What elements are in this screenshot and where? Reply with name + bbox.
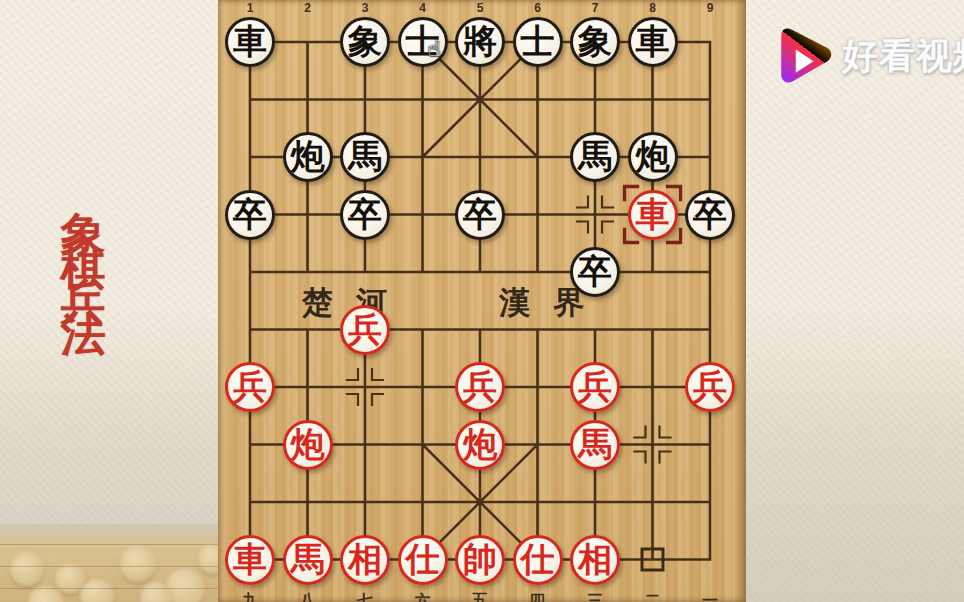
piece-glyph: 兵 [578, 369, 612, 403]
piece-black-cannon[interactable]: 炮 [283, 132, 333, 182]
file-label-bottom: 九 [239, 591, 261, 602]
piece-glyph: 兵 [463, 369, 497, 403]
file-label-top: 2 [298, 1, 318, 15]
piece-black-chariot[interactable]: 車 [225, 17, 275, 67]
piece-glyph: 炮 [463, 427, 497, 461]
piece-red-soldier[interactable]: 兵 [570, 362, 620, 412]
brand-text: 好看视频 [842, 32, 964, 81]
faint-board-line [0, 566, 218, 567]
piece-glyph: 帥 [463, 542, 497, 576]
piece-glyph: 車 [233, 24, 267, 58]
faint-board-line [0, 588, 218, 589]
file-label-top: 7 [585, 1, 605, 15]
piece-red-chariot[interactable]: 車 [225, 535, 275, 585]
cursor-icon: ☝ [428, 36, 441, 61]
file-label-top: 9 [700, 1, 720, 15]
piece-red-elephant[interactable]: 相 [340, 535, 390, 585]
right-background-panel: 弃马攻杀 [746, 0, 964, 602]
piece-glyph: 士 [521, 24, 555, 58]
piece-black-soldier[interactable]: 卒 [340, 190, 390, 240]
piece-glyph: 車 [233, 542, 267, 576]
piece-glyph: 兵 [348, 312, 382, 346]
piece-glyph: 馬 [348, 139, 382, 173]
piece-red-horse[interactable]: 馬 [570, 420, 620, 470]
piece-red-soldier[interactable]: 兵 [455, 362, 505, 412]
piece-black-advisor[interactable]: 士 [513, 17, 563, 67]
piece-glyph: 卒 [578, 254, 612, 288]
piece-glyph: 卒 [348, 197, 382, 231]
file-label-top: 4 [413, 1, 433, 15]
piece-glyph: 馬 [578, 427, 612, 461]
play-icon [778, 24, 834, 88]
piece-red-general[interactable]: 帥 [455, 535, 505, 585]
piece-glyph: 仕 [406, 542, 440, 576]
piece-black-soldier[interactable]: 卒 [225, 190, 275, 240]
piece-glyph: 將 [463, 24, 497, 58]
file-label-top: 8 [643, 1, 663, 15]
board-grid-lines [218, 0, 746, 602]
title-left: 象棋兵法 [53, 176, 113, 308]
blurred-piece [198, 544, 218, 574]
piece-glyph: 炮 [291, 139, 325, 173]
piece-black-elephant[interactable]: 象 [570, 17, 620, 67]
piece-glyph: 車 [636, 24, 670, 58]
piece-red-soldier[interactable]: 兵 [685, 362, 735, 412]
blurred-piece [80, 579, 114, 602]
piece-glyph: 車 [636, 197, 670, 231]
file-label-bottom: 七 [354, 591, 376, 602]
file-label-bottom: 四 [527, 591, 549, 602]
file-label-bottom: 六 [412, 591, 434, 602]
piece-glyph: 相 [348, 542, 382, 576]
piece-red-cannon[interactable]: 炮 [455, 420, 505, 470]
file-label-top: 5 [470, 1, 490, 15]
piece-glyph: 炮 [291, 427, 325, 461]
piece-glyph: 炮 [636, 139, 670, 173]
brand-logo: 好看视频 [778, 22, 964, 90]
piece-glyph: 卒 [233, 197, 267, 231]
file-label-bottom: 一 [699, 591, 721, 602]
file-label-bottom: 三 [584, 591, 606, 602]
xiangqi-board[interactable]: 123456789九八七六五四三二一楚河漢界車象士將士象車炮馬馬炮卒卒卒車卒卒兵… [218, 0, 746, 602]
piece-red-chariot[interactable]: 車 [628, 190, 678, 240]
piece-black-soldier[interactable]: 卒 [570, 247, 620, 297]
faint-board-line [0, 544, 218, 545]
left-background-panel: 象棋兵法 [0, 0, 218, 602]
file-label-bottom: 二 [642, 591, 664, 602]
file-label-top: 1 [240, 1, 260, 15]
piece-red-soldier[interactable]: 兵 [225, 362, 275, 412]
piece-glyph: 兵 [693, 369, 727, 403]
piece-red-soldier[interactable]: 兵 [340, 305, 390, 355]
piece-black-cannon[interactable]: 炮 [628, 132, 678, 182]
piece-red-cannon[interactable]: 炮 [283, 420, 333, 470]
blurred-piece [120, 546, 156, 582]
piece-glyph: 卒 [693, 197, 727, 231]
file-label-top: 3 [355, 1, 375, 15]
piece-black-horse[interactable]: 馬 [570, 132, 620, 182]
piece-red-advisor[interactable]: 仕 [513, 535, 563, 585]
piece-black-soldier[interactable]: 卒 [685, 190, 735, 240]
piece-red-advisor[interactable]: 仕 [398, 535, 448, 585]
piece-glyph: 馬 [578, 139, 612, 173]
piece-black-elephant[interactable]: 象 [340, 17, 390, 67]
file-label-bottom: 八 [297, 591, 319, 602]
blurred-piece [10, 552, 44, 586]
piece-black-soldier[interactable]: 卒 [455, 190, 505, 240]
piece-glyph: 相 [578, 542, 612, 576]
piece-glyph: 馬 [291, 542, 325, 576]
piece-black-chariot[interactable]: 車 [628, 17, 678, 67]
piece-glyph: 象 [578, 24, 612, 58]
piece-glyph: 仕 [521, 542, 555, 576]
piece-red-elephant[interactable]: 相 [570, 535, 620, 585]
piece-black-horse[interactable]: 馬 [340, 132, 390, 182]
background-photo-pieces [0, 524, 218, 602]
piece-glyph: 象 [348, 24, 382, 58]
file-label-bottom: 五 [469, 591, 491, 602]
video-frame: 象棋兵法 弃马攻杀 好看视频 123456789九八七六五四三二一楚河漢界車象士… [0, 0, 964, 602]
piece-red-horse[interactable]: 馬 [283, 535, 333, 585]
piece-glyph: 卒 [463, 197, 497, 231]
piece-glyph: 兵 [233, 369, 267, 403]
file-label-top: 6 [528, 1, 548, 15]
piece-black-general[interactable]: 將 [455, 17, 505, 67]
